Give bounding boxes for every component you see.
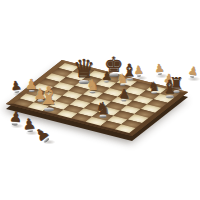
piece-light-pawn[interactable]: ♟ [187, 66, 199, 79]
piece-dark-pawn[interactable]: ♟ [10, 80, 23, 94]
piece-dark-bishop[interactable]: ♝ [161, 79, 177, 98]
piece-dark-pawn[interactable]: ♟ [102, 71, 112, 82]
chrome-wobble-base [136, 75, 141, 77]
piece-light-bishop[interactable]: ♝ [38, 86, 60, 112]
chrome-wobble-base [12, 122, 18, 125]
wobble-chess-set-photo: ♚♝♜♟♞♞♝♛♞♟♟♟♞♝♟♟♟♟♟♟♟♟ [0, 0, 200, 200]
piece-dark-pawn[interactable]: ♟ [9, 110, 23, 126]
chrome-wobble-base [151, 92, 157, 94]
pawn-glyph: ♟ [118, 89, 129, 101]
chrome-wobble-base [166, 95, 174, 98]
piece-light-knight[interactable]: ♞ [116, 73, 128, 86]
piece-dark-knight[interactable]: ♞ [96, 101, 111, 118]
chrome-wobble-base [121, 99, 126, 101]
knight-glyph: ♞ [86, 78, 99, 91]
bishop-glyph: ♝ [161, 79, 177, 96]
knight-glyph: ♞ [96, 101, 111, 117]
bishop-glyph: ♝ [38, 86, 60, 109]
piece-dark-pawn[interactable]: ♟ [118, 89, 129, 102]
piece-light-knight[interactable]: ♞ [86, 78, 99, 93]
chrome-wobble-base [44, 107, 54, 111]
piece-dark-knight[interactable]: ♞ [148, 81, 160, 94]
chrome-wobble-base [90, 91, 96, 93]
